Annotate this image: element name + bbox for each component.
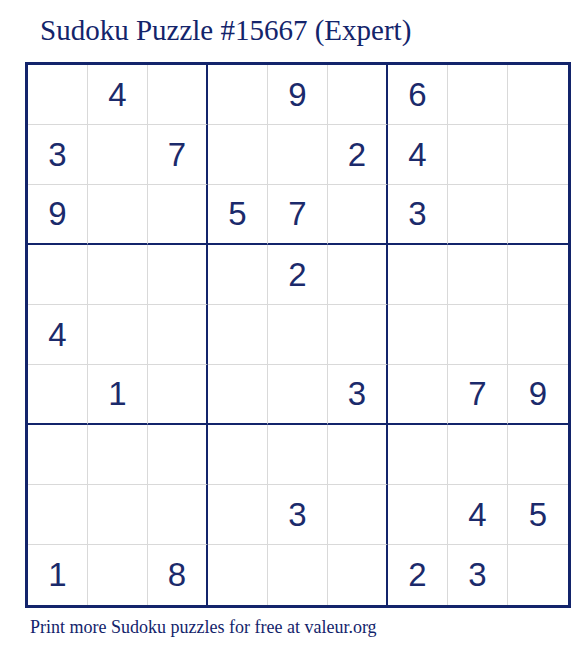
- cell-r2c3: 7: [148, 125, 208, 185]
- cell-r2c4: [208, 125, 268, 185]
- cell-r3c3: [148, 185, 208, 245]
- cell-r1c2: 4: [88, 65, 148, 125]
- cell-r2c7: 4: [388, 125, 448, 185]
- cell-r3c1: 9: [28, 185, 88, 245]
- cell-r5c2: [88, 305, 148, 365]
- cell-r2c5: [268, 125, 328, 185]
- cell-r9c6: [328, 545, 388, 605]
- cell-r7c5: [268, 425, 328, 485]
- cell-r7c3: [148, 425, 208, 485]
- cell-r8c9: 5: [508, 485, 568, 545]
- cell-r9c1: 1: [28, 545, 88, 605]
- cell-r8c3: [148, 485, 208, 545]
- cell-r3c5: 7: [268, 185, 328, 245]
- cell-r3c8: [448, 185, 508, 245]
- cell-r2c2: [88, 125, 148, 185]
- cell-r2c8: [448, 125, 508, 185]
- cell-r3c6: [328, 185, 388, 245]
- cell-r6c4: [208, 365, 268, 425]
- cell-r5c3: [148, 305, 208, 365]
- cell-r9c5: [268, 545, 328, 605]
- cell-r4c4: [208, 245, 268, 305]
- cell-r1c1: [28, 65, 88, 125]
- cell-r5c8: [448, 305, 508, 365]
- cell-r6c5: [268, 365, 328, 425]
- cell-r2c9: [508, 125, 568, 185]
- cell-r8c6: [328, 485, 388, 545]
- cell-r4c5: 2: [268, 245, 328, 305]
- cell-r2c1: 3: [28, 125, 88, 185]
- cell-r1c4: [208, 65, 268, 125]
- cell-r6c8: 7: [448, 365, 508, 425]
- cell-r1c7: 6: [388, 65, 448, 125]
- cell-r4c8: [448, 245, 508, 305]
- cell-r8c8: 4: [448, 485, 508, 545]
- cell-r9c4: [208, 545, 268, 605]
- cell-r5c7: [388, 305, 448, 365]
- cell-r4c2: [88, 245, 148, 305]
- cell-r1c3: [148, 65, 208, 125]
- cell-r1c6: [328, 65, 388, 125]
- cell-r6c2: 1: [88, 365, 148, 425]
- cell-r6c1: [28, 365, 88, 425]
- cell-r9c8: 3: [448, 545, 508, 605]
- sudoku-grid: 496372495732413793451823: [25, 62, 571, 608]
- cell-r3c2: [88, 185, 148, 245]
- cell-r3c4: 5: [208, 185, 268, 245]
- cell-r9c2: [88, 545, 148, 605]
- cell-r6c7: [388, 365, 448, 425]
- cell-r4c3: [148, 245, 208, 305]
- cell-r5c6: [328, 305, 388, 365]
- cell-r1c5: 9: [268, 65, 328, 125]
- cell-r7c7: [388, 425, 448, 485]
- cell-r7c4: [208, 425, 268, 485]
- cell-r3c7: 3: [388, 185, 448, 245]
- cell-r9c3: 8: [148, 545, 208, 605]
- cell-r5c4: [208, 305, 268, 365]
- cell-r2c6: 2: [328, 125, 388, 185]
- footer-text: Print more Sudoku puzzles for free at va…: [30, 617, 377, 638]
- cell-r7c8: [448, 425, 508, 485]
- cell-r1c8: [448, 65, 508, 125]
- cell-r1c9: [508, 65, 568, 125]
- cell-r5c9: [508, 305, 568, 365]
- cell-r9c9: [508, 545, 568, 605]
- cell-r8c5: 3: [268, 485, 328, 545]
- cell-r5c1: 4: [28, 305, 88, 365]
- cell-r6c9: 9: [508, 365, 568, 425]
- cell-r4c7: [388, 245, 448, 305]
- cell-r8c7: [388, 485, 448, 545]
- cell-r3c9: [508, 185, 568, 245]
- cell-r4c9: [508, 245, 568, 305]
- cell-r7c1: [28, 425, 88, 485]
- cell-r7c9: [508, 425, 568, 485]
- cell-r7c2: [88, 425, 148, 485]
- cell-r4c1: [28, 245, 88, 305]
- cell-r8c2: [88, 485, 148, 545]
- cell-r9c7: 2: [388, 545, 448, 605]
- page-title: Sudoku Puzzle #15667 (Expert): [40, 14, 411, 47]
- cell-r8c4: [208, 485, 268, 545]
- cell-r5c5: [268, 305, 328, 365]
- cell-r6c6: 3: [328, 365, 388, 425]
- cell-r4c6: [328, 245, 388, 305]
- cell-r8c1: [28, 485, 88, 545]
- cell-r7c6: [328, 425, 388, 485]
- cell-r6c3: [148, 365, 208, 425]
